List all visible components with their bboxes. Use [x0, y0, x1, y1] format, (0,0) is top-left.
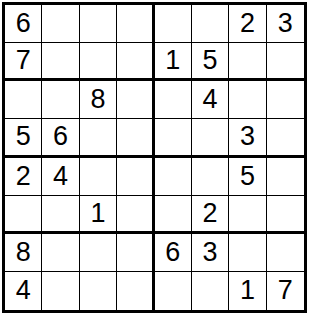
given-digit-r7c6[interactable]: 3: [192, 234, 229, 272]
cell-r8c4[interactable]: [117, 272, 154, 310]
cell-r6c2[interactable]: [42, 196, 79, 234]
cell-r3c7[interactable]: [229, 81, 266, 119]
given-digit-r1c1[interactable]: 6: [5, 5, 42, 43]
cell-r5c5[interactable]: [155, 158, 192, 196]
cell-r1c4[interactable]: [117, 5, 154, 43]
cell-r6c8[interactable]: [267, 196, 304, 234]
cell-r7c2[interactable]: [42, 234, 79, 272]
cell-r1c2[interactable]: [42, 5, 79, 43]
given-digit-r3c3[interactable]: 8: [80, 81, 117, 119]
cell-r7c4[interactable]: [117, 234, 154, 272]
given-digit-r3c6[interactable]: 4: [192, 81, 229, 119]
cell-r7c3[interactable]: [80, 234, 117, 272]
given-digit-r5c2[interactable]: 4: [42, 158, 79, 196]
given-digit-r8c1[interactable]: 4: [5, 272, 42, 310]
cell-r4c4[interactable]: [117, 119, 154, 157]
given-digit-r2c1[interactable]: 7: [5, 43, 42, 81]
given-digit-r1c8[interactable]: 3: [267, 5, 304, 43]
given-digit-r2c6[interactable]: 5: [192, 43, 229, 81]
cell-r3c8[interactable]: [267, 81, 304, 119]
given-digit-r5c1[interactable]: 2: [5, 158, 42, 196]
cell-r3c5[interactable]: [155, 81, 192, 119]
cell-r8c6[interactable]: [192, 272, 229, 310]
given-digit-r4c1[interactable]: 5: [5, 119, 42, 157]
cell-r3c1[interactable]: [5, 81, 42, 119]
cell-r4c3[interactable]: [80, 119, 117, 157]
cell-r2c3[interactable]: [80, 43, 117, 81]
cell-r1c3[interactable]: [80, 5, 117, 43]
given-digit-r6c6[interactable]: 2: [192, 196, 229, 234]
cell-r4c8[interactable]: [267, 119, 304, 157]
given-digit-r7c1[interactable]: 8: [5, 234, 42, 272]
given-digit-r5c7[interactable]: 5: [229, 158, 266, 196]
cell-r8c5[interactable]: [155, 272, 192, 310]
cell-r7c8[interactable]: [267, 234, 304, 272]
cell-r5c6[interactable]: [192, 158, 229, 196]
cell-r4c6[interactable]: [192, 119, 229, 157]
sudoku-board: 6237158456324512863417: [2, 2, 307, 313]
cell-r1c5[interactable]: [155, 5, 192, 43]
cell-r6c7[interactable]: [229, 196, 266, 234]
cell-r2c7[interactable]: [229, 43, 266, 81]
cell-r5c8[interactable]: [267, 158, 304, 196]
cell-r1c6[interactable]: [192, 5, 229, 43]
cell-r4c5[interactable]: [155, 119, 192, 157]
given-digit-r8c7[interactable]: 1: [229, 272, 266, 310]
cell-r5c3[interactable]: [80, 158, 117, 196]
given-digit-r2c5[interactable]: 1: [155, 43, 192, 81]
cell-r2c2[interactable]: [42, 43, 79, 81]
cell-r8c2[interactable]: [42, 272, 79, 310]
cell-r6c5[interactable]: [155, 196, 192, 234]
given-digit-r4c2[interactable]: 6: [42, 119, 79, 157]
cell-r7c7[interactable]: [229, 234, 266, 272]
cell-r2c4[interactable]: [117, 43, 154, 81]
given-digit-r1c7[interactable]: 2: [229, 5, 266, 43]
given-digit-r4c7[interactable]: 3: [229, 119, 266, 157]
cell-r5c4[interactable]: [117, 158, 154, 196]
given-digit-r7c5[interactable]: 6: [155, 234, 192, 272]
cell-r8c3[interactable]: [80, 272, 117, 310]
given-digit-r8c8[interactable]: 7: [267, 272, 304, 310]
cell-r3c2[interactable]: [42, 81, 79, 119]
given-digit-r6c3[interactable]: 1: [80, 196, 117, 234]
cell-r3c4[interactable]: [117, 81, 154, 119]
cell-r6c1[interactable]: [5, 196, 42, 234]
cell-r6c4[interactable]: [117, 196, 154, 234]
cell-r2c8[interactable]: [267, 43, 304, 81]
